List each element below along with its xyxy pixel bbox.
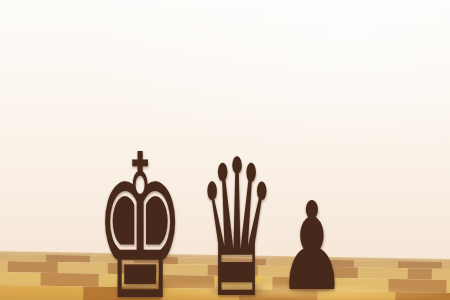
black-king-icon: ♚ <box>95 128 185 300</box>
black-pawn-icon: ♟ <box>278 186 346 300</box>
black-king-piece[interactable]: ♚ <box>95 128 185 300</box>
photo-stage: ♚ ♛ ♟ <box>0 0 450 300</box>
black-pawn-piece[interactable]: ♟ <box>278 186 346 300</box>
black-queen-icon: ♛ <box>198 135 276 300</box>
black-queen-piece[interactable]: ♛ <box>198 135 276 300</box>
